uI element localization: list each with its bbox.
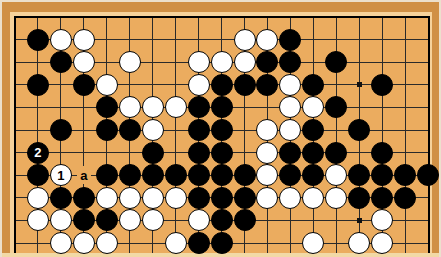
- grid-vline: [405, 18, 406, 257]
- black-stone: [302, 74, 324, 96]
- black-stone: [142, 142, 164, 164]
- black-stone: [211, 164, 233, 186]
- black-stone: [119, 164, 141, 186]
- white-stone: [142, 96, 164, 118]
- white-stone: [142, 209, 164, 231]
- black-stone: [73, 187, 95, 209]
- hoshi-point: [357, 82, 362, 87]
- black-stone: [188, 119, 210, 141]
- black-stone: [211, 209, 233, 231]
- white-stone: [50, 232, 72, 254]
- white-stone: [234, 51, 256, 73]
- hoshi-point: [357, 218, 362, 223]
- white-stone: [96, 74, 118, 96]
- black-stone: [371, 142, 393, 164]
- white-stone: [256, 142, 278, 164]
- black-stone: [142, 164, 164, 186]
- white-stone: [73, 51, 95, 73]
- black-stone: [50, 119, 72, 141]
- white-stone: [188, 74, 210, 96]
- black-stone: [325, 142, 347, 164]
- grid-vline: [175, 18, 176, 257]
- black-stone: [165, 164, 187, 186]
- black-stone: [50, 51, 72, 73]
- white-stone: [73, 232, 95, 254]
- black-stone: [50, 187, 72, 209]
- black-stone: [188, 232, 210, 254]
- white-stone: [302, 187, 324, 209]
- white-stone: [325, 187, 347, 209]
- black-stone: [73, 74, 95, 96]
- black-stone: [96, 164, 118, 186]
- white-stone: [96, 232, 118, 254]
- black-stone: [371, 187, 393, 209]
- black-stone: [27, 74, 49, 96]
- black-stone: [211, 142, 233, 164]
- white-stone: [73, 29, 95, 51]
- white-stone: [119, 187, 141, 209]
- black-stone: [211, 96, 233, 118]
- black-stone: [211, 232, 233, 254]
- black-stone: [417, 164, 439, 186]
- black-stone: [234, 74, 256, 96]
- white-stone: [96, 187, 118, 209]
- white-stone: [142, 119, 164, 141]
- black-stone: [211, 187, 233, 209]
- white-stone: [119, 209, 141, 231]
- black-stone: [96, 119, 118, 141]
- white-stone: [165, 96, 187, 118]
- black-stone: [27, 164, 49, 186]
- black-stone: [371, 74, 393, 96]
- black-stone: [211, 119, 233, 141]
- white-stone: [188, 209, 210, 231]
- white-stone: [119, 51, 141, 73]
- white-stone: [165, 232, 187, 254]
- black-stone: [188, 164, 210, 186]
- black-stone: [27, 29, 49, 51]
- black-stone-2: 2: [27, 142, 49, 164]
- black-stone: [394, 187, 416, 209]
- black-stone: [119, 119, 141, 141]
- point-label-a: a: [77, 166, 91, 184]
- black-stone: [211, 74, 233, 96]
- white-stone: [165, 187, 187, 209]
- black-stone: [188, 142, 210, 164]
- white-stone: [211, 51, 233, 73]
- black-stone: [279, 142, 301, 164]
- white-stone: [27, 187, 49, 209]
- white-stone: [188, 51, 210, 73]
- black-stone: [302, 142, 324, 164]
- black-stone: [234, 164, 256, 186]
- white-stone-1: 1: [50, 164, 72, 186]
- white-stone: [256, 29, 278, 51]
- white-stone: [119, 96, 141, 118]
- black-stone: [234, 209, 256, 231]
- black-stone: [188, 96, 210, 118]
- white-stone: [50, 29, 72, 51]
- go-board-diagram: 21a: [0, 0, 441, 257]
- black-stone: [188, 187, 210, 209]
- white-stone: [234, 29, 256, 51]
- black-stone: [279, 29, 301, 51]
- black-stone: [348, 187, 370, 209]
- white-stone: [142, 187, 164, 209]
- black-stone: [234, 187, 256, 209]
